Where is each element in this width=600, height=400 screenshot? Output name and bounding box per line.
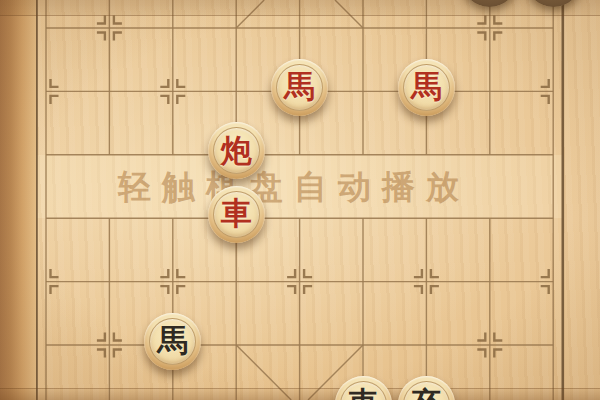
piece-black-horse[interactable]: 馬 xyxy=(144,313,201,370)
piece-unknown-cutoff-piece[interactable] xyxy=(525,0,582,7)
piece-red-cannon[interactable]: 炮 xyxy=(208,122,265,179)
piece-character: 馬 xyxy=(398,59,455,116)
piece-black-chariot[interactable]: 車 xyxy=(335,376,392,400)
piece-character: 馬 xyxy=(271,59,328,116)
piece-character: 馬 xyxy=(144,313,201,370)
piece-unknown-cutoff-piece[interactable] xyxy=(461,0,518,7)
piece-red-chariot[interactable]: 車 xyxy=(208,186,265,243)
piece-character: 卒 xyxy=(398,376,455,400)
piece-character: 車 xyxy=(335,376,392,400)
piece-red-horse[interactable]: 馬 xyxy=(398,59,455,116)
piece-character: 車 xyxy=(208,186,265,243)
piece-black-soldier[interactable]: 卒 xyxy=(398,376,455,400)
xiangqi-board[interactable]: 轻触棋盘自动播放 馬馬炮車馬車卒 xyxy=(0,0,600,400)
piece-character: 炮 xyxy=(208,122,265,179)
piece-red-horse[interactable]: 馬 xyxy=(271,59,328,116)
pieces-layer: 馬馬炮車馬車卒 xyxy=(0,0,600,400)
